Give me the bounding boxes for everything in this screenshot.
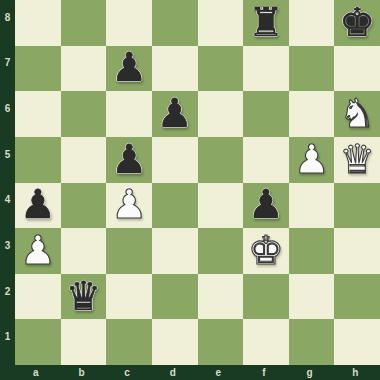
square-f5[interactable] [243, 137, 289, 183]
file-label-c: c [104, 365, 150, 380]
square-h2[interactable] [334, 274, 380, 320]
square-d4[interactable] [152, 183, 198, 229]
square-d1[interactable] [152, 319, 198, 365]
square-e6[interactable] [198, 91, 244, 137]
black-pawn-c5[interactable]: ♟ [111, 139, 147, 179]
square-a5[interactable] [15, 137, 61, 183]
square-g5[interactable]: ♟ [289, 137, 335, 183]
square-c5[interactable]: ♟ [106, 137, 152, 183]
black-pawn-c7[interactable]: ♟ [111, 47, 147, 87]
square-b1[interactable] [61, 319, 107, 365]
square-b8[interactable] [61, 0, 107, 46]
square-h3[interactable] [334, 228, 380, 274]
rank-label-5: 5 [0, 132, 15, 178]
square-d6[interactable]: ♟ [152, 91, 198, 137]
square-b3[interactable] [61, 228, 107, 274]
square-e3[interactable] [198, 228, 244, 274]
rank-labels: 87654321 [0, 0, 15, 365]
square-e2[interactable] [198, 274, 244, 320]
file-label-e: e [196, 365, 242, 380]
square-f7[interactable] [243, 46, 289, 92]
white-knight-h6[interactable]: ♞ [339, 93, 375, 133]
square-c2[interactable] [106, 274, 152, 320]
square-h5[interactable]: ♛ [334, 137, 380, 183]
rank-label-3: 3 [0, 223, 15, 269]
board: ♜♚♟♟♞♟♟♛♟♟♟♟♚♛ [15, 0, 380, 365]
rank-label-2: 2 [0, 269, 15, 315]
square-g1[interactable] [289, 319, 335, 365]
square-f6[interactable] [243, 91, 289, 137]
square-c6[interactable] [106, 91, 152, 137]
square-h6[interactable]: ♞ [334, 91, 380, 137]
file-labels: abcdefgh [15, 365, 380, 380]
square-d2[interactable] [152, 274, 198, 320]
chess-board-app: 87654321 ♜♚♟♟♞♟♟♛♟♟♟♟♚♛ abcdefgh [0, 0, 380, 380]
square-a2[interactable] [15, 274, 61, 320]
rank-label-6: 6 [0, 86, 15, 132]
square-f4[interactable]: ♟ [243, 183, 289, 229]
square-g2[interactable] [289, 274, 335, 320]
square-c4[interactable]: ♟ [106, 183, 152, 229]
square-a3[interactable]: ♟ [15, 228, 61, 274]
rank-label-7: 7 [0, 41, 15, 87]
black-king-h8[interactable]: ♚ [339, 2, 375, 42]
square-a7[interactable] [15, 46, 61, 92]
square-d3[interactable] [152, 228, 198, 274]
square-h8[interactable]: ♚ [334, 0, 380, 46]
square-a4[interactable]: ♟ [15, 183, 61, 229]
square-f8[interactable]: ♜ [243, 0, 289, 46]
square-a1[interactable] [15, 319, 61, 365]
square-d7[interactable] [152, 46, 198, 92]
square-c1[interactable] [106, 319, 152, 365]
square-f2[interactable] [243, 274, 289, 320]
square-h1[interactable] [334, 319, 380, 365]
square-h4[interactable] [334, 183, 380, 229]
square-e5[interactable] [198, 137, 244, 183]
square-a8[interactable] [15, 0, 61, 46]
square-h7[interactable] [334, 46, 380, 92]
square-e8[interactable] [198, 0, 244, 46]
square-b5[interactable] [61, 137, 107, 183]
black-queen-b2[interactable]: ♛ [66, 276, 102, 316]
rank-label-8: 8 [0, 0, 15, 41]
square-d5[interactable] [152, 137, 198, 183]
square-f1[interactable] [243, 319, 289, 365]
square-b6[interactable] [61, 91, 107, 137]
square-g6[interactable] [289, 91, 335, 137]
square-e1[interactable] [198, 319, 244, 365]
square-a6[interactable] [15, 91, 61, 137]
white-pawn-c4[interactable]: ♟ [111, 184, 147, 224]
rank-label-1: 1 [0, 314, 15, 360]
white-pawn-a3[interactable]: ♟ [20, 230, 56, 270]
file-label-d: d [150, 365, 196, 380]
rank-label-4: 4 [0, 178, 15, 224]
square-g8[interactable] [289, 0, 335, 46]
square-c7[interactable]: ♟ [106, 46, 152, 92]
file-label-a: a [13, 365, 59, 380]
file-label-f: f [241, 365, 287, 380]
square-c3[interactable] [106, 228, 152, 274]
square-d8[interactable] [152, 0, 198, 46]
white-queen-h5[interactable]: ♛ [339, 139, 375, 179]
white-pawn-g5[interactable]: ♟ [294, 139, 330, 179]
square-g3[interactable] [289, 228, 335, 274]
black-pawn-d6[interactable]: ♟ [157, 93, 193, 133]
square-g7[interactable] [289, 46, 335, 92]
square-e4[interactable] [198, 183, 244, 229]
black-pawn-a4[interactable]: ♟ [20, 184, 56, 224]
black-rook-f8[interactable]: ♜ [248, 2, 284, 42]
file-label-g: g [287, 365, 333, 380]
square-g4[interactable] [289, 183, 335, 229]
square-f3[interactable]: ♚ [243, 228, 289, 274]
file-label-b: b [59, 365, 105, 380]
square-c8[interactable] [106, 0, 152, 46]
white-king-f3[interactable]: ♚ [248, 230, 284, 270]
square-b7[interactable] [61, 46, 107, 92]
file-label-h: h [332, 365, 378, 380]
black-pawn-f4[interactable]: ♟ [248, 184, 284, 224]
square-b2[interactable]: ♛ [61, 274, 107, 320]
square-b4[interactable] [61, 183, 107, 229]
square-e7[interactable] [198, 46, 244, 92]
